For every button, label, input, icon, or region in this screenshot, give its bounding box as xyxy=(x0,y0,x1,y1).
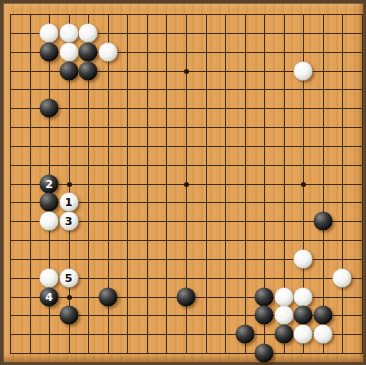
stone-white[interactable] xyxy=(274,287,293,306)
star-point xyxy=(184,69,189,74)
stone-black[interactable] xyxy=(98,287,117,306)
stone-white[interactable] xyxy=(313,325,332,344)
stone-black[interactable] xyxy=(294,306,313,325)
grid-line-vertical xyxy=(245,14,246,354)
stone-white[interactable] xyxy=(98,42,117,61)
star-point xyxy=(67,295,72,300)
stone-white[interactable] xyxy=(59,23,78,42)
star-point xyxy=(184,182,189,187)
stone-black[interactable] xyxy=(255,287,274,306)
grid-line-vertical xyxy=(225,14,226,354)
stone-black[interactable] xyxy=(79,42,98,61)
stone-white[interactable] xyxy=(40,23,59,42)
stone-black[interactable] xyxy=(255,344,274,363)
stone-black[interactable] xyxy=(40,193,59,212)
stone-white[interactable] xyxy=(333,268,352,287)
stone-white[interactable] xyxy=(79,23,98,42)
move-number-label: 1 xyxy=(65,197,73,208)
grid-line-vertical xyxy=(362,14,363,354)
stone-white[interactable] xyxy=(274,306,293,325)
stone-white[interactable] xyxy=(40,268,59,287)
stone-white[interactable] xyxy=(294,325,313,344)
stone-black[interactable] xyxy=(40,99,59,118)
stone-black[interactable]: 2 xyxy=(40,174,59,193)
stone-white[interactable] xyxy=(294,249,313,268)
grid-line-vertical xyxy=(323,14,324,354)
stone-black[interactable] xyxy=(59,306,78,325)
move-number-label: 4 xyxy=(45,291,53,302)
stone-black[interactable] xyxy=(79,61,98,80)
move-number-label: 2 xyxy=(45,178,53,189)
grid-line-vertical xyxy=(342,14,343,354)
stone-black[interactable] xyxy=(59,61,78,80)
grid-line-horizontal xyxy=(10,240,363,241)
stone-black[interactable] xyxy=(255,306,274,325)
stone-white[interactable]: 3 xyxy=(59,212,78,231)
stone-white[interactable] xyxy=(294,61,313,80)
stone-white[interactable]: 1 xyxy=(59,193,78,212)
stone-black[interactable] xyxy=(274,325,293,344)
star-point xyxy=(301,182,306,187)
move-number-label: 3 xyxy=(65,216,73,227)
stone-black[interactable] xyxy=(313,306,332,325)
stone-black[interactable] xyxy=(40,42,59,61)
stone-white[interactable] xyxy=(59,42,78,61)
stone-black[interactable] xyxy=(235,325,254,344)
stone-white[interactable] xyxy=(294,287,313,306)
stone-black[interactable] xyxy=(313,212,332,231)
star-point xyxy=(67,182,72,187)
stone-white[interactable]: 5 xyxy=(59,268,78,287)
move-number-label: 5 xyxy=(65,272,73,283)
grid-line-horizontal xyxy=(10,353,363,354)
stone-black[interactable]: 4 xyxy=(40,287,59,306)
stone-white[interactable] xyxy=(40,212,59,231)
go-diagram: 21354 xyxy=(0,0,366,365)
stone-black[interactable] xyxy=(177,287,196,306)
grid-line-vertical xyxy=(206,14,207,354)
